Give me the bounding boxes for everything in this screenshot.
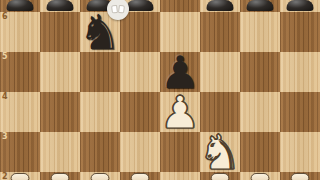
square-g7[interactable] (240, 0, 280, 12)
rank-label-6: 6 (2, 13, 8, 21)
white-pawn-f2[interactable] (211, 173, 230, 180)
square-g6[interactable] (240, 12, 280, 52)
square-f7[interactable] (200, 0, 240, 12)
square-g2[interactable] (240, 172, 280, 180)
square-e4[interactable]: ♟ (160, 92, 200, 132)
black-pawn-a7[interactable] (7, 0, 34, 11)
square-d3[interactable] (120, 132, 160, 172)
white-pawn-a2[interactable] (11, 173, 30, 180)
square-a5[interactable]: 5 (0, 52, 40, 92)
square-f6[interactable] (200, 12, 240, 52)
square-c3[interactable] (80, 132, 120, 172)
square-d4[interactable] (120, 92, 160, 132)
square-c2[interactable] (80, 172, 120, 180)
black-pawn-f7[interactable] (207, 0, 234, 11)
white-pawn-c2[interactable] (91, 173, 110, 180)
rank-label-2: 2 (2, 173, 8, 180)
square-g3[interactable] (240, 132, 280, 172)
square-e7[interactable] (160, 0, 200, 12)
square-f2[interactable] (200, 172, 240, 180)
white-knight-f3[interactable]: ♞ (200, 132, 240, 172)
square-b6[interactable] (40, 12, 80, 52)
square-d6[interactable] (120, 12, 160, 52)
square-h4[interactable] (280, 92, 320, 132)
rank-label-4: 4 (2, 93, 8, 101)
square-a4[interactable]: 4 (0, 92, 40, 132)
chess-board[interactable]: 6♞5♟4♟3♞2 (0, 0, 320, 180)
white-pawn-e4[interactable]: ♟ (160, 92, 200, 132)
square-b3[interactable] (40, 132, 80, 172)
white-pawn-b2[interactable] (51, 173, 70, 180)
square-h5[interactable] (280, 52, 320, 92)
square-h2[interactable] (280, 172, 320, 180)
black-pawn-h7[interactable] (287, 0, 314, 11)
square-c4[interactable] (80, 92, 120, 132)
black-pawn-b7[interactable] (47, 0, 74, 11)
square-d2[interactable] (120, 172, 160, 180)
white-pawn-g2[interactable] (251, 173, 270, 180)
chess-board-viewport: 6♞5♟4♟3♞2 (0, 0, 320, 180)
black-pawn-d7[interactable] (127, 0, 154, 11)
square-b2[interactable] (40, 172, 80, 180)
square-f3[interactable]: ♞ (200, 132, 240, 172)
square-a2[interactable]: 2 (0, 172, 40, 180)
square-f5[interactable] (200, 52, 240, 92)
book-page-left (111, 5, 118, 14)
black-pawn-g7[interactable] (247, 0, 274, 11)
square-g5[interactable] (240, 52, 280, 92)
white-pawn-d2[interactable] (131, 173, 150, 180)
rank-label-3: 3 (2, 133, 8, 141)
square-h6[interactable] (280, 12, 320, 52)
square-b5[interactable] (40, 52, 80, 92)
square-e2[interactable] (160, 172, 200, 180)
rank-label-5: 5 (2, 53, 8, 61)
square-b7[interactable] (40, 0, 80, 12)
square-h3[interactable] (280, 132, 320, 172)
square-b4[interactable] (40, 92, 80, 132)
square-a3[interactable]: 3 (0, 132, 40, 172)
square-d5[interactable] (120, 52, 160, 92)
square-e3[interactable] (160, 132, 200, 172)
square-h7[interactable] (280, 0, 320, 12)
book-page-right (118, 5, 125, 14)
square-a6[interactable]: 6 (0, 12, 40, 52)
open-book-icon (112, 5, 125, 13)
white-pawn-h2[interactable] (291, 173, 310, 180)
square-c5[interactable] (80, 52, 120, 92)
square-g4[interactable] (240, 92, 280, 132)
square-a7[interactable] (0, 0, 40, 12)
